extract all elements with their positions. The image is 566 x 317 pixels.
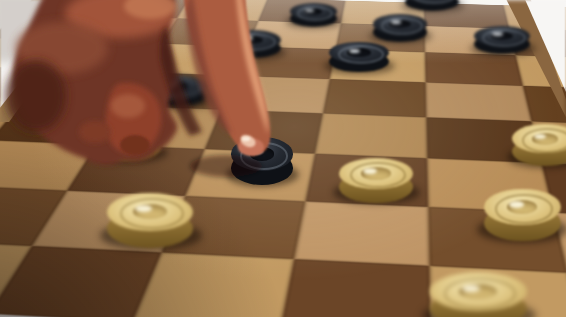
white-piece[interactable] [107,193,193,248]
black-piece[interactable] [224,30,281,59]
pieces-layer [0,0,566,317]
piece-glint [363,168,377,174]
black-piece[interactable] [145,75,207,108]
black-piece-active[interactable] [231,137,293,185]
black-piece[interactable] [329,42,389,73]
white-piece[interactable] [339,158,413,203]
black-piece[interactable] [474,26,530,55]
piece-glint [462,285,480,292]
checkers-photo [0,0,566,317]
white-piece[interactable] [430,272,527,317]
white-piece[interactable] [484,189,561,241]
piece-glint [349,49,360,53]
piece-glint [305,9,314,12]
black-piece[interactable] [405,0,459,11]
piece-glint [509,201,524,208]
black-piece[interactable] [290,3,337,27]
piece-glint [492,32,503,36]
piece-glint [242,36,253,40]
white-piece[interactable] [93,121,161,161]
white-piece[interactable] [512,124,566,166]
black-piece[interactable] [373,14,427,42]
